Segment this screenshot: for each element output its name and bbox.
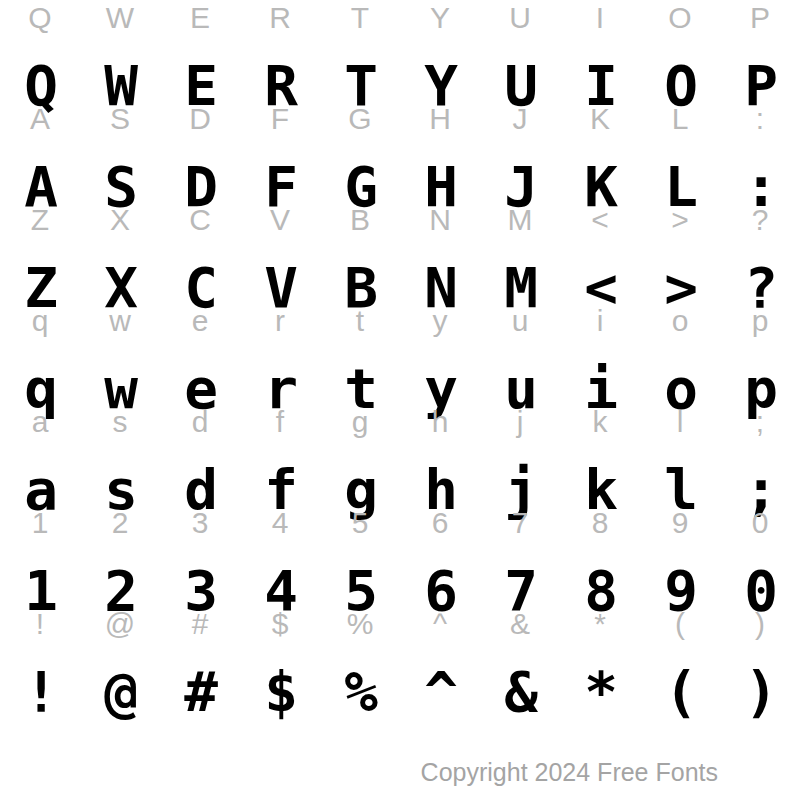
label-cell: h: [400, 407, 480, 437]
label-cell: 5: [320, 508, 400, 538]
glyph-cell: ): [720, 664, 800, 720]
label-cell: 8: [560, 508, 640, 538]
label-cell: g: [320, 407, 400, 437]
label-cell: N: [400, 205, 480, 235]
label-cell: 3: [160, 508, 240, 538]
glyph-cell: $: [240, 664, 320, 720]
glyph-cell: #: [160, 664, 240, 720]
label-cell: @: [80, 609, 160, 639]
label-cell: 7: [480, 508, 560, 538]
label-cell: l: [640, 407, 720, 437]
glyph-cell: ^: [400, 664, 480, 720]
label-cell: S: [80, 104, 160, 134]
label-cell: L: [640, 104, 720, 134]
label-cell: >: [640, 205, 720, 235]
glyph-row-2: A S D F G H J K L :: [0, 137, 800, 202]
label-cell: M: [480, 205, 560, 235]
label-cell: y: [400, 306, 480, 336]
label-cell: i: [560, 306, 640, 336]
label-cell: %: [320, 609, 400, 639]
glyph-cell: &: [480, 664, 560, 720]
charmap-section-1: Q W E R T Y U I O P Q W E R T Y U I O P: [0, 0, 800, 101]
label-cell: d: [160, 407, 240, 437]
label-cell: u: [480, 306, 560, 336]
glyph-cell: %: [320, 664, 400, 720]
charmap-section-4: q w e r t y u i o p q w e r t y u i o p: [0, 303, 800, 404]
label-cell: K: [560, 104, 640, 134]
glyph-row-3: Z X C V B N M < > ?: [0, 238, 800, 303]
label-cell: ^: [400, 609, 480, 639]
label-cell: k: [560, 407, 640, 437]
glyph-cell: @: [80, 664, 160, 720]
label-cell: Y: [400, 3, 480, 33]
label-row-7: ! @ # $ % ^ & * ( ): [0, 606, 800, 642]
label-cell: 9: [640, 508, 720, 538]
glyph-row-4: q w e r t y u i o p: [0, 339, 800, 404]
glyph-row-5: a s d f g h j k l ;: [0, 440, 800, 505]
label-cell: p: [720, 306, 800, 336]
label-cell: w: [80, 306, 160, 336]
label-cell: q: [0, 306, 80, 336]
glyph-row-6: 1 2 3 4 5 6 7 8 9 0: [0, 541, 800, 606]
charmap-section-6: 1 2 3 4 5 6 7 8 9 0 1 2 3 4 5 6 7 8 9 0: [0, 505, 800, 606]
glyph-row-1: Q W E R T Y U I O P: [0, 36, 800, 101]
label-cell: ): [720, 609, 800, 639]
label-cell: ?: [720, 205, 800, 235]
label-cell: E: [160, 3, 240, 33]
label-row-3: Z X C V B N M < > ?: [0, 202, 800, 238]
label-cell: 0: [720, 508, 800, 538]
glyph-cell: (: [640, 664, 720, 720]
label-cell: C: [160, 205, 240, 235]
label-cell: r: [240, 306, 320, 336]
label-cell: W: [80, 3, 160, 33]
label-cell: (: [640, 609, 720, 639]
label-cell: s: [80, 407, 160, 437]
label-cell: H: [400, 104, 480, 134]
label-cell: T: [320, 3, 400, 33]
label-cell: #: [160, 609, 240, 639]
label-cell: Q: [0, 3, 80, 33]
label-cell: <: [560, 205, 640, 235]
label-cell: I: [560, 3, 640, 33]
charmap-section-2: A S D F G H J K L : A S D F G H J K L :: [0, 101, 800, 202]
label-row-4: q w e r t y u i o p: [0, 303, 800, 339]
glyph-row-7: ! @ # $ % ^ & * ( ): [0, 642, 800, 707]
label-cell: o: [640, 306, 720, 336]
label-row-6: 1 2 3 4 5 6 7 8 9 0: [0, 505, 800, 541]
label-cell: U: [480, 3, 560, 33]
label-cell: G: [320, 104, 400, 134]
label-cell: 2: [80, 508, 160, 538]
label-cell: a: [0, 407, 80, 437]
glyph-cell: *: [560, 664, 640, 720]
label-row-1: Q W E R T Y U I O P: [0, 0, 800, 36]
label-cell: *: [560, 609, 640, 639]
label-cell: t: [320, 306, 400, 336]
label-row-2: A S D F G H J K L :: [0, 101, 800, 137]
label-cell: O: [640, 3, 720, 33]
charmap-section-7: ! @ # $ % ^ & * ( ) ! @ # $ % ^ & * ( ): [0, 606, 800, 707]
label-cell: e: [160, 306, 240, 336]
label-cell: X: [80, 205, 160, 235]
label-cell: 1: [0, 508, 80, 538]
label-cell: A: [0, 104, 80, 134]
label-cell: F: [240, 104, 320, 134]
label-cell: Z: [0, 205, 80, 235]
label-cell: ;: [720, 407, 800, 437]
label-cell: j: [480, 407, 560, 437]
glyph-cell: !: [0, 664, 80, 720]
charmap-section-3: Z X C V B N M < > ? Z X C V B N M < > ?: [0, 202, 800, 303]
label-row-5: a s d f g h j k l ;: [0, 404, 800, 440]
label-cell: P: [720, 3, 800, 33]
label-cell: V: [240, 205, 320, 235]
label-cell: D: [160, 104, 240, 134]
character-map: Q W E R T Y U I O P Q W E R T Y U I O P …: [0, 0, 800, 800]
label-cell: :: [720, 104, 800, 134]
label-cell: 6: [400, 508, 480, 538]
label-cell: &: [480, 609, 560, 639]
label-cell: 4: [240, 508, 320, 538]
label-cell: f: [240, 407, 320, 437]
copyright-text: Copyright 2024 Free Fonts: [421, 758, 718, 787]
label-cell: $: [240, 609, 320, 639]
label-cell: B: [320, 205, 400, 235]
label-cell: !: [0, 609, 80, 639]
label-cell: R: [240, 3, 320, 33]
charmap-section-5: a s d f g h j k l ; a s d f g h j k l ;: [0, 404, 800, 505]
label-cell: J: [480, 104, 560, 134]
